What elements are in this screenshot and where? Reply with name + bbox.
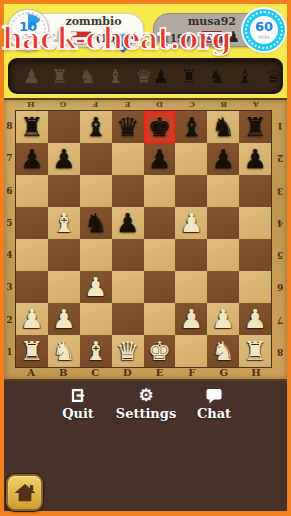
square-g5[interactable] bbox=[207, 207, 239, 239]
gear-icon: ⚙ bbox=[138, 387, 153, 404]
square-c4[interactable] bbox=[80, 239, 112, 271]
white-pawn-a2[interactable]: ♟ bbox=[20, 306, 43, 332]
square-g6[interactable] bbox=[207, 175, 239, 207]
square-d1[interactable]: ♛ bbox=[112, 335, 144, 367]
square-e3[interactable] bbox=[144, 271, 176, 303]
file-label: B bbox=[47, 367, 79, 378]
square-a7[interactable]: ♟ bbox=[16, 143, 48, 175]
square-d6[interactable] bbox=[112, 175, 144, 207]
black-bishop-c8[interactable]: ♝ bbox=[84, 114, 107, 140]
home-button[interactable] bbox=[6, 474, 43, 511]
white-rook-a1[interactable]: ♜ bbox=[20, 338, 43, 364]
settings-label: Settings bbox=[110, 406, 182, 421]
square-b8[interactable] bbox=[48, 111, 80, 143]
square-g2[interactable]: ♟ bbox=[207, 303, 239, 335]
square-d8[interactable]: ♛ bbox=[112, 111, 144, 143]
white-pawn-b2[interactable]: ♟ bbox=[52, 306, 75, 332]
file-label: G bbox=[47, 100, 79, 110]
square-b7[interactable]: ♟ bbox=[48, 143, 80, 175]
white-queen-d1[interactable]: ♛ bbox=[116, 338, 139, 364]
white-bishop-c1[interactable]: ♝ bbox=[84, 338, 107, 364]
square-h2[interactable]: ♟ bbox=[239, 303, 271, 335]
chat-label: Chat bbox=[178, 406, 250, 421]
rank-label: 7 bbox=[273, 304, 287, 336]
board-grid: ♜♝♛♚♝♞♜♟♟♟♟♟♝♞♟♟♟♟♟♟♟♟♜♞♝♛♚♞♜ bbox=[15, 110, 272, 368]
rank-labels-right: 87654321 bbox=[273, 110, 287, 368]
rank-label: 5 bbox=[4, 207, 15, 239]
file-label: D bbox=[144, 100, 176, 110]
square-f5[interactable]: ♟ bbox=[175, 207, 207, 239]
square-a6[interactable] bbox=[16, 175, 48, 207]
square-h3[interactable] bbox=[239, 271, 271, 303]
ghost-rook-icon: ♜ bbox=[180, 67, 197, 86]
square-h4[interactable] bbox=[239, 239, 271, 271]
quit-button[interactable]: Quit bbox=[42, 387, 114, 421]
square-d7[interactable] bbox=[112, 143, 144, 175]
captured-ghosts-white: ♟♜♞♝♛ bbox=[23, 67, 152, 86]
square-e4[interactable] bbox=[144, 239, 176, 271]
slovenia-flag-icon bbox=[202, 31, 222, 44]
white-knight-g1[interactable]: ♞ bbox=[212, 338, 235, 364]
rank-label: 2 bbox=[273, 142, 287, 174]
square-g4[interactable] bbox=[207, 239, 239, 271]
square-b1[interactable]: ♞ bbox=[48, 335, 80, 367]
file-label: A bbox=[240, 100, 272, 110]
chat-bubble-icon bbox=[178, 387, 250, 404]
square-h7[interactable]: ♟ bbox=[239, 143, 271, 175]
rank-label: 3 bbox=[4, 271, 15, 303]
square-d4[interactable] bbox=[112, 239, 144, 271]
content-area: zommbio ♟ (1000) musa92 (1197) ♟ 10 min … bbox=[4, 4, 287, 511]
black-player-rating: (1197) bbox=[157, 32, 196, 44]
square-a5[interactable] bbox=[16, 207, 48, 239]
square-e7[interactable]: ♟ bbox=[144, 143, 176, 175]
black-queen-d8[interactable]: ♛ bbox=[116, 114, 139, 140]
square-f1[interactable] bbox=[175, 335, 207, 367]
square-e2[interactable] bbox=[144, 303, 176, 335]
square-b3[interactable] bbox=[48, 271, 80, 303]
white-pawn-f2[interactable]: ♟ bbox=[180, 306, 203, 332]
quit-exit-icon bbox=[42, 387, 114, 404]
black-bishop-f8[interactable]: ♝ bbox=[180, 114, 203, 140]
settings-button[interactable]: ⚙ Settings bbox=[110, 387, 182, 421]
file-labels-top: ABCDEFGH bbox=[15, 100, 272, 110]
ghost-bishop-icon: ♝ bbox=[107, 67, 124, 86]
square-f6[interactable] bbox=[175, 175, 207, 207]
white-pawn-icon: ♟ bbox=[52, 30, 65, 45]
square-f8[interactable]: ♝ bbox=[175, 111, 207, 143]
file-label: F bbox=[176, 367, 208, 378]
square-b6[interactable] bbox=[48, 175, 80, 207]
white-pawn-g2[interactable]: ♟ bbox=[212, 306, 235, 332]
square-a1[interactable]: ♜ bbox=[16, 335, 48, 367]
file-label: H bbox=[15, 100, 47, 110]
square-f7[interactable] bbox=[175, 143, 207, 175]
square-h1[interactable]: ♜ bbox=[239, 335, 271, 367]
black-knight-g8[interactable]: ♞ bbox=[212, 114, 235, 140]
file-label: B bbox=[208, 100, 240, 110]
black-knight-c5[interactable]: ♞ bbox=[84, 210, 107, 236]
rank-label: 6 bbox=[4, 175, 15, 207]
square-g1[interactable]: ♞ bbox=[207, 335, 239, 367]
captured-ghosts-black: ♟♜♞♝♛ bbox=[152, 67, 281, 86]
square-a4[interactable] bbox=[16, 239, 48, 271]
white-king-e1[interactable]: ♚ bbox=[148, 338, 171, 364]
square-a2[interactable]: ♟ bbox=[16, 303, 48, 335]
square-c2[interactable] bbox=[80, 303, 112, 335]
white-knight-b1[interactable]: ♞ bbox=[52, 338, 75, 364]
ghost-rook-icon: ♜ bbox=[51, 67, 68, 86]
square-c7[interactable] bbox=[80, 143, 112, 175]
white-pawn-h2[interactable]: ♟ bbox=[243, 306, 266, 332]
file-label: F bbox=[79, 100, 111, 110]
square-c6[interactable] bbox=[80, 175, 112, 207]
white-timer-value: 10 bbox=[19, 20, 37, 33]
black-pawn-a7[interactable]: ♟ bbox=[20, 146, 43, 172]
ghost-knight-icon: ♞ bbox=[79, 67, 96, 86]
square-c3[interactable]: ♟ bbox=[80, 271, 112, 303]
square-f3[interactable] bbox=[175, 271, 207, 303]
rank-label: 2 bbox=[4, 304, 15, 336]
black-pawn-h7[interactable]: ♟ bbox=[243, 146, 266, 172]
square-h6[interactable] bbox=[239, 175, 271, 207]
rank-label: 8 bbox=[4, 110, 15, 142]
app-screen: zommbio ♟ (1000) musa92 (1197) ♟ 10 min … bbox=[0, 0, 291, 516]
black-timer-unit: min bbox=[258, 33, 269, 40]
file-label: H bbox=[240, 367, 272, 378]
ghost-knight-icon: ♞ bbox=[208, 67, 225, 86]
file-label: E bbox=[144, 367, 176, 378]
black-rook-h8[interactable]: ♜ bbox=[243, 114, 266, 140]
square-g7[interactable]: ♟ bbox=[207, 143, 239, 175]
black-pawn-d5[interactable]: ♟ bbox=[116, 210, 139, 236]
square-a3[interactable] bbox=[16, 271, 48, 303]
square-b5[interactable]: ♝ bbox=[48, 207, 80, 239]
file-label: A bbox=[15, 367, 47, 378]
white-pawn-f5[interactable]: ♟ bbox=[180, 210, 203, 236]
square-a8[interactable]: ♜ bbox=[16, 111, 48, 143]
file-label: D bbox=[111, 367, 143, 378]
file-label: C bbox=[176, 100, 208, 110]
indonesia-flag-icon bbox=[71, 31, 91, 44]
rank-labels-left: 87654321 bbox=[4, 110, 15, 368]
square-b4[interactable] bbox=[48, 239, 80, 271]
ghost-queen-icon: ♛ bbox=[264, 67, 281, 86]
rank-label: 7 bbox=[4, 142, 15, 174]
square-d5[interactable]: ♟ bbox=[112, 207, 144, 239]
rank-label: 5 bbox=[273, 239, 287, 271]
square-c5[interactable]: ♞ bbox=[80, 207, 112, 239]
black-rook-a8[interactable]: ♜ bbox=[20, 114, 43, 140]
file-label: G bbox=[208, 367, 240, 378]
black-timer-value: 60 bbox=[255, 20, 273, 33]
quit-label: Quit bbox=[42, 406, 114, 421]
file-label: C bbox=[79, 367, 111, 378]
square-b2[interactable]: ♟ bbox=[48, 303, 80, 335]
square-c1[interactable]: ♝ bbox=[80, 335, 112, 367]
ghost-pawn-icon: ♟ bbox=[23, 67, 40, 86]
square-f4[interactable] bbox=[175, 239, 207, 271]
white-timer-unit: min bbox=[22, 33, 33, 40]
black-pawn-g7[interactable]: ♟ bbox=[212, 146, 235, 172]
square-e6[interactable] bbox=[144, 175, 176, 207]
rank-label: 4 bbox=[4, 239, 15, 271]
captured-pieces-tray: ♟♜♞♝♛ ♟♜♞♝♛ bbox=[8, 58, 283, 94]
square-d3[interactable] bbox=[112, 271, 144, 303]
chat-button[interactable]: Chat bbox=[178, 387, 250, 421]
black-pawn-e7[interactable]: ♟ bbox=[148, 146, 171, 172]
square-h8[interactable]: ♜ bbox=[239, 111, 271, 143]
rank-label: 4 bbox=[273, 207, 287, 239]
square-g3[interactable] bbox=[207, 271, 239, 303]
square-e8[interactable]: ♚ bbox=[144, 111, 176, 143]
square-g8[interactable]: ♞ bbox=[207, 111, 239, 143]
rank-label: 1 bbox=[4, 336, 15, 368]
ghost-bishop-icon: ♝ bbox=[236, 67, 253, 86]
square-d2[interactable] bbox=[112, 303, 144, 335]
square-f2[interactable]: ♟ bbox=[175, 303, 207, 335]
white-bishop-b5[interactable]: ♝ bbox=[52, 210, 75, 236]
square-h5[interactable] bbox=[239, 207, 271, 239]
black-king-e8[interactable]: ♚ bbox=[148, 114, 171, 140]
chess-board: ABCDEFGH 87654321 87654321 ABCDEFGH ♜♝♛♚… bbox=[4, 98, 287, 381]
rank-label: 1 bbox=[273, 110, 287, 142]
white-pawn-c3[interactable]: ♟ bbox=[84, 274, 107, 300]
black-timer: 60 min bbox=[243, 9, 285, 51]
white-rook-h1[interactable]: ♜ bbox=[243, 338, 266, 364]
rank-label: 8 bbox=[273, 336, 287, 368]
file-label: E bbox=[111, 100, 143, 110]
square-e1[interactable]: ♚ bbox=[144, 335, 176, 367]
ghost-queen-icon: ♛ bbox=[135, 67, 152, 86]
ghost-pawn-icon: ♟ bbox=[152, 67, 169, 86]
black-pawn-b7[interactable]: ♟ bbox=[52, 146, 75, 172]
square-e5[interactable] bbox=[144, 207, 176, 239]
rank-label: 6 bbox=[273, 271, 287, 303]
white-timer: 10 min bbox=[7, 9, 49, 51]
square-c8[interactable]: ♝ bbox=[80, 111, 112, 143]
black-pawn-icon: ♟ bbox=[227, 30, 240, 45]
home-icon bbox=[13, 481, 37, 505]
rank-label: 3 bbox=[273, 175, 287, 207]
